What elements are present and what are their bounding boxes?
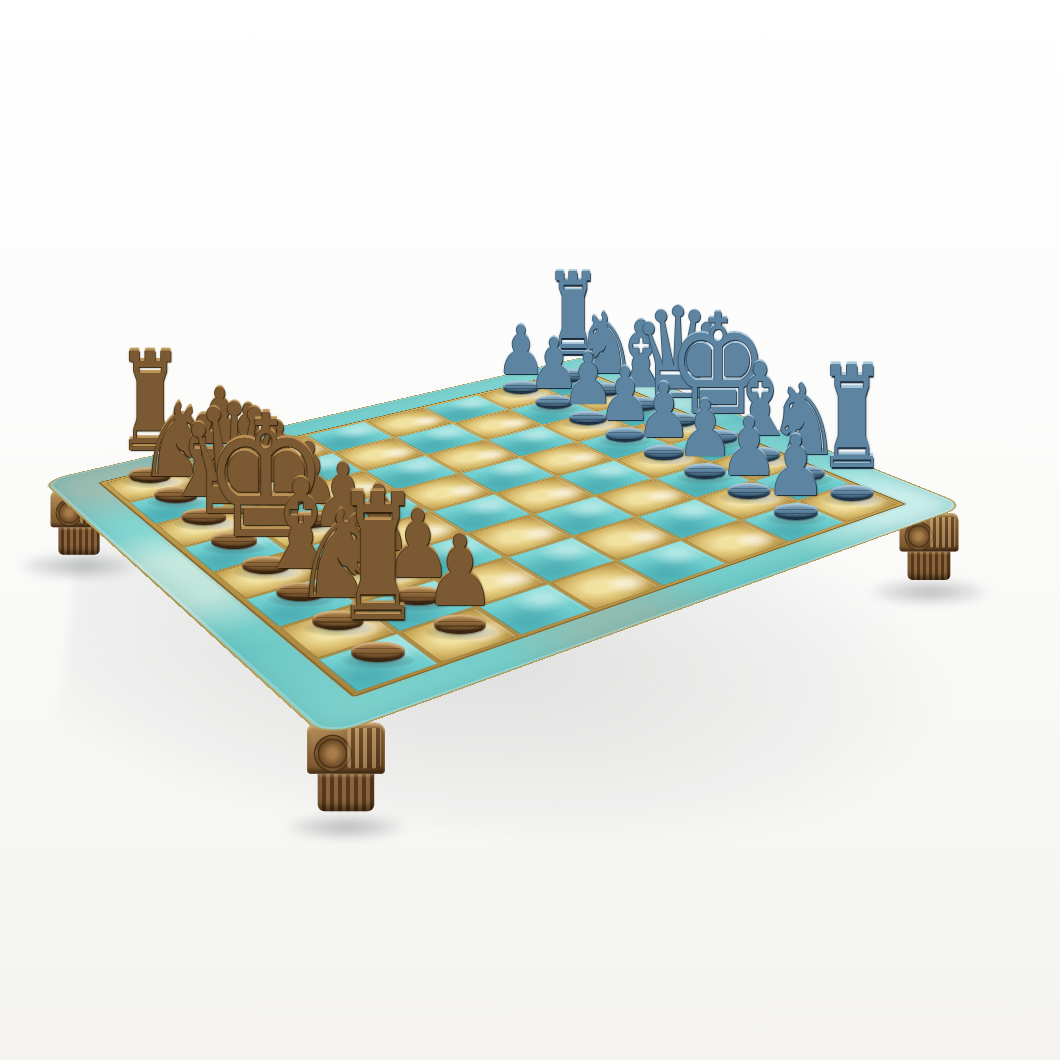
piece-glyph-rook: ♜ bbox=[336, 473, 420, 648]
piece-glyph-rook: ♜ bbox=[819, 350, 886, 490]
foot-south-volute-scroll bbox=[307, 722, 385, 773]
piece-glyph-pawn: ♟ bbox=[424, 523, 496, 621]
photo-stage: ♜♞♝♛♚♝♞♜♟♟♟♟♟♟♟♟♟♟♟♟♟♟♟♟♜♞♝♛♚♝♞♜ bbox=[0, 0, 1060, 1060]
piece-glyph-pawn: ♟ bbox=[766, 425, 827, 509]
foot-west-fluting bbox=[59, 527, 100, 554]
foot-south-shadow bbox=[286, 814, 406, 840]
foot-east-fluting bbox=[908, 551, 951, 579]
foot-south-capital bbox=[307, 722, 385, 816]
foot-south-fluting bbox=[317, 773, 373, 811]
